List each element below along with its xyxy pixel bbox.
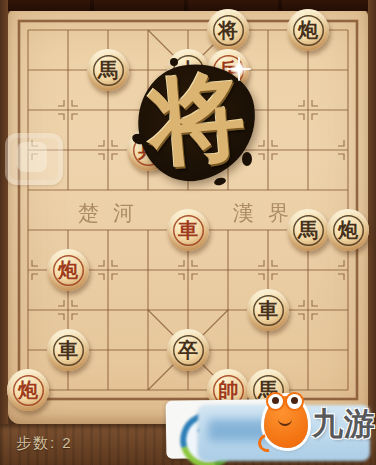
piece-character: 帥 [213, 375, 244, 406]
piece-character: 車 [173, 215, 204, 246]
piece-character: 馬 [93, 55, 124, 86]
piece-character: 炮 [333, 215, 364, 246]
piece-将-black[interactable]: 将 [207, 9, 249, 51]
piece-兵-red[interactable]: 兵 [127, 129, 169, 171]
piece-馬-black[interactable]: 馬 [247, 369, 289, 411]
piece-兵-red[interactable]: 兵 [207, 49, 249, 91]
step-counter-value: 2 [62, 434, 72, 451]
piece-character: 兵 [133, 135, 164, 166]
piece-卒-black[interactable]: 卒 [167, 329, 209, 371]
piece-character: 馬 [293, 215, 324, 246]
step-counter: 步数: 2 [16, 434, 73, 453]
piece-character: 士 [173, 55, 204, 86]
piece-炮-black[interactable]: 炮 [327, 209, 369, 251]
piece-character: 兵 [213, 55, 244, 86]
translucent-overlay-button[interactable] [5, 133, 63, 185]
piece-車-black[interactable]: 車 [47, 329, 89, 371]
bottom-bar: 步数: 2 [0, 424, 376, 465]
piece-士-black[interactable]: 士 [167, 49, 209, 91]
piece-character [213, 95, 244, 126]
piece-character: 炮 [53, 255, 84, 286]
step-counter-label: 步数: [16, 434, 56, 451]
piece-character: 車 [253, 295, 284, 326]
piece-炮-red[interactable]: 炮 [47, 249, 89, 291]
piece-character: 馬 [253, 375, 284, 406]
piece-character: 将 [213, 15, 244, 46]
xiangqi-game-screen: 楚河 漢界 将炮馬士兵兵車馬炮炮車車卒炮帥馬 将 步数: 2 九游 [0, 0, 376, 465]
piece-車-red[interactable]: 車 [167, 209, 209, 251]
piece-character: 炮 [293, 15, 324, 46]
piece-馬-black[interactable]: 馬 [87, 49, 129, 91]
pieces-layer: 将炮馬士兵兵車馬炮炮車車卒炮帥馬 [0, 0, 376, 465]
piece-炮-black[interactable]: 炮 [287, 9, 329, 51]
piece-馬-black[interactable]: 馬 [287, 209, 329, 251]
piece-車-black[interactable]: 車 [247, 289, 289, 331]
piece-character: 車 [53, 335, 84, 366]
piece-hidden-red[interactable] [207, 89, 249, 131]
piece-character: 炮 [13, 375, 44, 406]
piece-炮-red[interactable]: 炮 [7, 369, 49, 411]
piece-character: 卒 [173, 335, 204, 366]
piece-帥-red[interactable]: 帥 [207, 369, 249, 411]
